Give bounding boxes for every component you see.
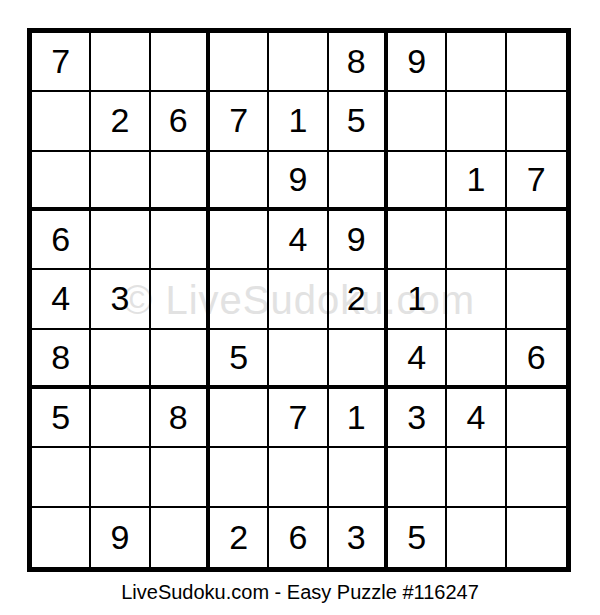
sudoku-cell-r5c6[interactable]: 2 <box>329 270 388 329</box>
sudoku-cell-r4c5[interactable]: 4 <box>269 211 328 270</box>
sudoku-cell-r1c7[interactable]: 9 <box>388 33 447 92</box>
sudoku-cell-r8c4[interactable] <box>210 448 269 507</box>
sudoku-cell-r1c8[interactable] <box>447 33 506 92</box>
sudoku-cell-r6c6[interactable] <box>329 330 388 389</box>
sudoku-cell-r3c6[interactable] <box>329 152 388 211</box>
sudoku-cell-r5c8[interactable] <box>447 270 506 329</box>
sudoku-cell-r9c3[interactable] <box>151 508 210 567</box>
sudoku-cell-r3c3[interactable] <box>151 152 210 211</box>
sudoku-cell-r2c9[interactable] <box>507 92 566 151</box>
sudoku-cell-r9c8[interactable] <box>447 508 506 567</box>
sudoku-cell-r9c7[interactable]: 5 <box>388 508 447 567</box>
sudoku-cell-r9c5[interactable]: 6 <box>269 508 328 567</box>
sudoku-cell-r9c2[interactable]: 9 <box>91 508 150 567</box>
sudoku-cell-r2c1[interactable] <box>32 92 91 151</box>
sudoku-cell-r9c9[interactable] <box>507 508 566 567</box>
sudoku-cell-r7c1[interactable]: 5 <box>32 389 91 448</box>
sudoku-cell-r7c5[interactable]: 7 <box>269 389 328 448</box>
sudoku-cell-r5c5[interactable] <box>269 270 328 329</box>
sudoku-cell-r3c9[interactable]: 7 <box>507 152 566 211</box>
sudoku-cell-r6c8[interactable] <box>447 330 506 389</box>
sudoku-cell-r6c1[interactable]: 8 <box>32 330 91 389</box>
sudoku-cell-r6c2[interactable] <box>91 330 150 389</box>
sudoku-cell-r2c6[interactable]: 5 <box>329 92 388 151</box>
sudoku-cell-r8c7[interactable] <box>388 448 447 507</box>
sudoku-cell-r2c8[interactable] <box>447 92 506 151</box>
sudoku-cell-r3c8[interactable]: 1 <box>447 152 506 211</box>
sudoku-cell-r6c4[interactable]: 5 <box>210 330 269 389</box>
sudoku-cell-r2c7[interactable] <box>388 92 447 151</box>
sudoku-cell-r5c9[interactable] <box>507 270 566 329</box>
sudoku-cell-r8c2[interactable] <box>91 448 150 507</box>
sudoku-cell-r4c1[interactable]: 6 <box>32 211 91 270</box>
sudoku-cell-r8c6[interactable] <box>329 448 388 507</box>
sudoku-cell-r2c3[interactable]: 6 <box>151 92 210 151</box>
sudoku-cell-r3c7[interactable] <box>388 152 447 211</box>
sudoku-cell-r1c2[interactable] <box>91 33 150 92</box>
sudoku-cell-r7c9[interactable] <box>507 389 566 448</box>
sudoku-cell-r3c2[interactable] <box>91 152 150 211</box>
sudoku-cell-r8c9[interactable] <box>507 448 566 507</box>
sudoku-cell-r2c2[interactable]: 2 <box>91 92 150 151</box>
sudoku-cell-r2c5[interactable]: 1 <box>269 92 328 151</box>
sudoku-cell-r1c9[interactable] <box>507 33 566 92</box>
sudoku-page: © LiveSudoku.com 78926715917649432185465… <box>0 0 600 615</box>
sudoku-cell-r4c6[interactable]: 9 <box>329 211 388 270</box>
sudoku-cell-r4c4[interactable] <box>210 211 269 270</box>
sudoku-cell-r7c6[interactable]: 1 <box>329 389 388 448</box>
sudoku-cell-r7c4[interactable] <box>210 389 269 448</box>
sudoku-board: © LiveSudoku.com 78926715917649432185465… <box>27 28 571 572</box>
sudoku-cell-r3c4[interactable] <box>210 152 269 211</box>
sudoku-cell-r4c2[interactable] <box>91 211 150 270</box>
sudoku-cell-r6c7[interactable]: 4 <box>388 330 447 389</box>
sudoku-cell-r8c3[interactable] <box>151 448 210 507</box>
sudoku-cell-r3c5[interactable]: 9 <box>269 152 328 211</box>
sudoku-cell-r1c1[interactable]: 7 <box>32 33 91 92</box>
sudoku-cell-r1c6[interactable]: 8 <box>329 33 388 92</box>
sudoku-cell-r1c3[interactable] <box>151 33 210 92</box>
sudoku-cell-r6c3[interactable] <box>151 330 210 389</box>
sudoku-cell-r1c5[interactable] <box>269 33 328 92</box>
sudoku-cell-r8c5[interactable] <box>269 448 328 507</box>
sudoku-cell-r4c9[interactable] <box>507 211 566 270</box>
sudoku-cell-r5c1[interactable]: 4 <box>32 270 91 329</box>
sudoku-cell-r3c1[interactable] <box>32 152 91 211</box>
sudoku-cell-r5c4[interactable] <box>210 270 269 329</box>
sudoku-cell-r7c3[interactable]: 8 <box>151 389 210 448</box>
sudoku-cell-r5c7[interactable]: 1 <box>388 270 447 329</box>
sudoku-cell-r8c1[interactable] <box>32 448 91 507</box>
sudoku-cell-r4c7[interactable] <box>388 211 447 270</box>
sudoku-cell-r6c5[interactable] <box>269 330 328 389</box>
sudoku-cell-r8c8[interactable] <box>447 448 506 507</box>
sudoku-cell-r9c4[interactable]: 2 <box>210 508 269 567</box>
sudoku-cell-r9c1[interactable] <box>32 508 91 567</box>
sudoku-cell-r5c2[interactable]: 3 <box>91 270 150 329</box>
sudoku-cell-r2c4[interactable]: 7 <box>210 92 269 151</box>
sudoku-cell-r5c3[interactable] <box>151 270 210 329</box>
sudoku-cell-r4c8[interactable] <box>447 211 506 270</box>
sudoku-cell-r6c9[interactable]: 6 <box>507 330 566 389</box>
sudoku-cell-r7c8[interactable]: 4 <box>447 389 506 448</box>
sudoku-cell-r9c6[interactable]: 3 <box>329 508 388 567</box>
sudoku-grid: 789267159176494321854658713492635 <box>32 33 566 567</box>
sudoku-cell-r4c3[interactable] <box>151 211 210 270</box>
puzzle-caption: LiveSudoku.com - Easy Puzzle #116247 <box>0 581 600 604</box>
sudoku-cell-r7c2[interactable] <box>91 389 150 448</box>
sudoku-cell-r1c4[interactable] <box>210 33 269 92</box>
sudoku-cell-r7c7[interactable]: 3 <box>388 389 447 448</box>
